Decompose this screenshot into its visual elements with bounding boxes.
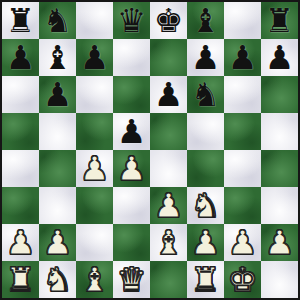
square-b4[interactable]: [39, 150, 76, 187]
square-g1[interactable]: ♚: [224, 261, 261, 298]
square-g2[interactable]: ♟: [224, 224, 261, 261]
square-b6[interactable]: ♟: [39, 76, 76, 113]
square-e1[interactable]: [150, 261, 187, 298]
piece-white-pawn: ♟: [265, 226, 295, 259]
square-e5[interactable]: [150, 113, 187, 150]
square-g5[interactable]: [224, 113, 261, 150]
square-d5[interactable]: ♟: [113, 113, 150, 150]
square-d7[interactable]: [113, 39, 150, 76]
square-c4[interactable]: ♟: [76, 150, 113, 187]
piece-white-pawn: ♟: [43, 226, 73, 259]
square-h7[interactable]: ♟: [261, 39, 298, 76]
piece-black-knight: ♞: [191, 78, 221, 111]
square-e3[interactable]: ♟: [150, 187, 187, 224]
piece-black-pawn: ♟: [191, 41, 221, 74]
piece-black-pawn: ♟: [117, 115, 147, 148]
square-f4[interactable]: [187, 150, 224, 187]
square-d4[interactable]: ♟: [113, 150, 150, 187]
piece-black-knight: ♞: [43, 4, 73, 37]
square-h3[interactable]: [261, 187, 298, 224]
square-h8[interactable]: ♜: [261, 2, 298, 39]
square-b8[interactable]: ♞: [39, 2, 76, 39]
square-a1[interactable]: ♜: [2, 261, 39, 298]
piece-black-pawn: ♟: [6, 41, 36, 74]
piece-black-rook: ♜: [265, 4, 295, 37]
square-f8[interactable]: ♝: [187, 2, 224, 39]
square-h5[interactable]: [261, 113, 298, 150]
square-f3[interactable]: ♞: [187, 187, 224, 224]
square-e4[interactable]: [150, 150, 187, 187]
square-a4[interactable]: [2, 150, 39, 187]
square-g6[interactable]: [224, 76, 261, 113]
piece-white-king: ♚: [228, 263, 258, 296]
square-d2[interactable]: [113, 224, 150, 261]
piece-black-bishop: ♝: [43, 41, 73, 74]
square-h2[interactable]: ♟: [261, 224, 298, 261]
piece-white-pawn: ♟: [80, 152, 110, 185]
square-c3[interactable]: [76, 187, 113, 224]
square-a7[interactable]: ♟: [2, 39, 39, 76]
square-f7[interactable]: ♟: [187, 39, 224, 76]
piece-black-pawn: ♟: [265, 41, 295, 74]
piece-white-rook: ♜: [6, 263, 36, 296]
square-d6[interactable]: [113, 76, 150, 113]
piece-black-queen: ♛: [117, 4, 147, 37]
square-g3[interactable]: [224, 187, 261, 224]
square-c2[interactable]: [76, 224, 113, 261]
piece-white-bishop: ♝: [154, 226, 184, 259]
square-g8[interactable]: [224, 2, 261, 39]
square-g7[interactable]: ♟: [224, 39, 261, 76]
piece-white-pawn: ♟: [191, 226, 221, 259]
square-f5[interactable]: [187, 113, 224, 150]
square-b5[interactable]: [39, 113, 76, 150]
square-c1[interactable]: ♝: [76, 261, 113, 298]
square-f1[interactable]: ♜: [187, 261, 224, 298]
square-e6[interactable]: ♟: [150, 76, 187, 113]
piece-white-pawn: ♟: [6, 226, 36, 259]
piece-black-bishop: ♝: [191, 4, 221, 37]
square-d1[interactable]: ♛: [113, 261, 150, 298]
square-c7[interactable]: ♟: [76, 39, 113, 76]
piece-black-pawn: ♟: [43, 78, 73, 111]
square-a3[interactable]: [2, 187, 39, 224]
square-h4[interactable]: [261, 150, 298, 187]
piece-white-pawn: ♟: [228, 226, 258, 259]
square-a2[interactable]: ♟: [2, 224, 39, 261]
piece-white-knight: ♞: [43, 263, 73, 296]
square-a6[interactable]: [2, 76, 39, 113]
square-b2[interactable]: ♟: [39, 224, 76, 261]
piece-white-pawn: ♟: [154, 189, 184, 222]
piece-black-rook: ♜: [6, 4, 36, 37]
square-f6[interactable]: ♞: [187, 76, 224, 113]
square-a8[interactable]: ♜: [2, 2, 39, 39]
square-e7[interactable]: [150, 39, 187, 76]
square-c6[interactable]: [76, 76, 113, 113]
piece-black-pawn: ♟: [154, 78, 184, 111]
piece-white-knight: ♞: [191, 189, 221, 222]
square-d8[interactable]: ♛: [113, 2, 150, 39]
square-e2[interactable]: ♝: [150, 224, 187, 261]
square-d3[interactable]: [113, 187, 150, 224]
square-b1[interactable]: ♞: [39, 261, 76, 298]
square-e8[interactable]: ♚: [150, 2, 187, 39]
piece-black-pawn: ♟: [80, 41, 110, 74]
square-f2[interactable]: ♟: [187, 224, 224, 261]
square-b3[interactable]: [39, 187, 76, 224]
piece-white-pawn: ♟: [117, 152, 147, 185]
piece-black-king: ♚: [154, 4, 184, 37]
piece-black-pawn: ♟: [228, 41, 258, 74]
square-c8[interactable]: [76, 2, 113, 39]
square-h1[interactable]: [261, 261, 298, 298]
chess-board: ♜♞♛♚♝♜♟♝♟♟♟♟♟♟♞♟♟♟♟♞♟♟♝♟♟♟♜♞♝♛♜♚: [0, 0, 300, 300]
piece-white-bishop: ♝: [80, 263, 110, 296]
square-c5[interactable]: [76, 113, 113, 150]
square-a5[interactable]: [2, 113, 39, 150]
square-h6[interactable]: [261, 76, 298, 113]
square-b7[interactable]: ♝: [39, 39, 76, 76]
piece-white-rook: ♜: [191, 263, 221, 296]
square-g4[interactable]: [224, 150, 261, 187]
piece-white-queen: ♛: [117, 263, 147, 296]
